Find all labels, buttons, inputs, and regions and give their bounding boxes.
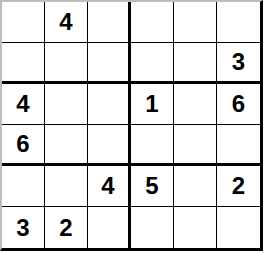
cell-r2c2[interactable] (45, 43, 88, 84)
cell-r5c1[interactable] (2, 166, 45, 207)
cell-r5c4[interactable]: 5 (131, 166, 174, 207)
cell-r3c3[interactable] (88, 84, 131, 125)
cell-r4c4[interactable] (131, 125, 174, 166)
cell-r5c2[interactable] (45, 166, 88, 207)
cell-r2c5[interactable] (174, 43, 217, 84)
cell-r6c5[interactable] (174, 207, 217, 248)
cell-r2c4[interactable] (131, 43, 174, 84)
given-digit: 4 (16, 92, 29, 116)
cell-r3c6[interactable]: 6 (217, 84, 260, 125)
cell-r4c3[interactable] (88, 125, 131, 166)
given-digit: 6 (232, 92, 245, 116)
cell-r3c5[interactable] (174, 84, 217, 125)
cell-r2c6[interactable]: 3 (217, 43, 260, 84)
given-digit: 1 (145, 92, 158, 116)
cell-r2c1[interactable] (2, 43, 45, 84)
cell-r1c2[interactable]: 4 (45, 2, 88, 43)
cell-r6c6[interactable] (217, 207, 260, 248)
given-digit: 6 (16, 132, 29, 156)
cell-r4c1[interactable]: 6 (2, 125, 45, 166)
given-digit: 2 (59, 216, 72, 240)
given-digit: 5 (145, 174, 158, 198)
cell-r1c6[interactable] (217, 2, 260, 43)
cell-r6c3[interactable] (88, 207, 131, 248)
cell-r2c3[interactable] (88, 43, 131, 84)
cell-r6c1[interactable]: 3 (2, 207, 45, 248)
cell-r3c2[interactable] (45, 84, 88, 125)
cell-r1c5[interactable] (174, 2, 217, 43)
sudoku-screenshot: 43416645232 (0, 0, 265, 253)
cell-r3c1[interactable]: 4 (2, 84, 45, 125)
given-digit: 3 (232, 50, 245, 74)
cell-r1c3[interactable] (88, 2, 131, 43)
given-digit: 4 (101, 174, 114, 198)
cell-r5c5[interactable] (174, 166, 217, 207)
cell-r4c6[interactable] (217, 125, 260, 166)
cell-r6c4[interactable] (131, 207, 174, 248)
cell-r1c1[interactable] (2, 2, 45, 43)
cell-r4c5[interactable] (174, 125, 217, 166)
sudoku-board: 43416645232 (0, 0, 263, 251)
cell-r3c4[interactable]: 1 (131, 84, 174, 125)
cell-r6c2[interactable]: 2 (45, 207, 88, 248)
cell-r1c4[interactable] (131, 2, 174, 43)
cell-r5c6[interactable]: 2 (217, 166, 260, 207)
given-digit: 4 (59, 10, 72, 34)
given-digit: 2 (232, 174, 245, 198)
given-digit: 3 (16, 216, 29, 240)
cell-r5c3[interactable]: 4 (88, 166, 131, 207)
cell-r4c2[interactable] (45, 125, 88, 166)
